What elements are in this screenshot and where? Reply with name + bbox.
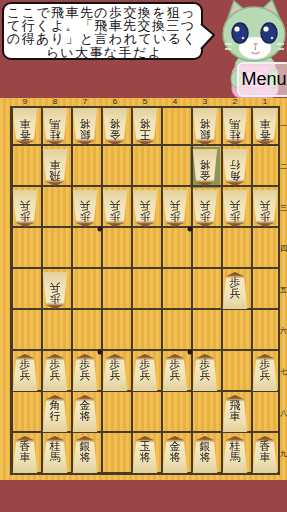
file-label: 2 [220,98,250,106]
piece-kanji: 歩 [200,211,211,222]
file-label: 6 [100,98,130,106]
square-5-2[interactable] [130,147,160,188]
piece-kanji: 銀 [80,129,91,140]
square-2-6[interactable] [220,311,250,352]
piece-kanji: 歩 [140,211,151,222]
app-screen: ここで飛車先の歩交換を狙っ て行くよ。「飛車先交換三つ の得あり」と言われている… [0,0,287,512]
piece-kanji: 兵 [170,200,181,211]
square-5-5[interactable] [130,270,160,311]
speech-text-line: の得あり」と言われているく [7,32,201,45]
square-7-6[interactable] [70,311,100,352]
square-6-6[interactable] [100,311,130,352]
piece-kanji: 将 [200,118,211,129]
board-grid: 香車桂馬銀将金将王将銀将桂馬香車飛車金将角行歩兵歩兵歩兵歩兵歩兵歩兵歩兵歩兵歩兵… [10,106,280,475]
piece-kanji: 歩 [80,211,91,222]
square-5-6[interactable] [130,311,160,352]
piece-kanji: 将 [140,452,151,463]
square-3-4[interactable] [190,229,220,270]
piece-kanji: 歩 [50,293,61,304]
file-label: 9 [10,98,40,106]
piece-kanji: 兵 [140,200,151,211]
square-4-8[interactable] [160,393,190,434]
speech-bubble: ここで飛車先の歩交換を狙っ て行くよ。「飛車先交換三つ の得あり」と言われている… [2,2,203,60]
piece-kanji: 兵 [20,200,31,211]
square-1-6[interactable] [250,311,280,352]
square-2-4[interactable] [220,229,250,270]
rank-label: 八 [280,409,287,417]
piece-kanji: 将 [110,118,121,129]
file-label: 8 [40,98,70,106]
square-6-9[interactable] [100,434,130,475]
piece-kanji: 車 [20,118,31,129]
rank-label: 九 [280,450,287,458]
piece-kanji: 銀 [200,129,211,140]
piece-kanji: 兵 [170,370,181,381]
rank-label: 七 [280,368,287,376]
piece-kanji: 兵 [50,370,61,381]
piece-kanji: 歩 [260,211,271,222]
square-3-8[interactable] [190,393,220,434]
piece-kanji: 車 [20,452,31,463]
piece-kanji: 歩 [20,211,31,222]
square-3-6[interactable] [190,311,220,352]
piece-kanji: 馬 [50,118,61,129]
piece-kanji: 将 [80,452,91,463]
piece-kanji: 将 [200,452,211,463]
square-9-4[interactable] [10,229,40,270]
square-6-5[interactable] [100,270,130,311]
rank-label: 二 [280,163,287,171]
square-9-2[interactable] [10,147,40,188]
file-label: 1 [250,98,280,106]
piece-kanji: 兵 [200,370,211,381]
piece-kanji: 王 [140,129,151,140]
piece-kanji: 兵 [230,200,241,211]
shogi-board: 987654321 一二三四五六七八九 香車桂馬銀将金将王将銀将桂馬香車飛車金将… [0,98,287,480]
piece-kanji: 飛 [50,170,61,181]
piece-kanji: 行 [50,411,61,422]
square-1-2[interactable] [250,147,280,188]
piece-kanji: 兵 [140,370,151,381]
square-1-8[interactable] [250,393,280,434]
piece-kanji: 将 [80,118,91,129]
rank-label: 三 [280,204,287,212]
square-8-6[interactable] [40,311,70,352]
piece-kanji: 兵 [110,200,121,211]
square-9-5[interactable] [10,270,40,311]
piece-kanji: 将 [140,118,151,129]
speech-text-line: らい大事な手だよ [7,46,201,59]
piece-kanji: 桂 [230,129,241,140]
menu-button[interactable]: Menu [237,62,287,97]
square-4-2[interactable] [160,147,190,188]
square-4-4[interactable] [160,229,190,270]
piece-kanji: 車 [260,452,271,463]
square-4-5[interactable] [160,270,190,311]
square-5-8[interactable] [130,393,160,434]
piece-kanji: 将 [170,452,181,463]
square-6-4[interactable] [100,229,130,270]
rank-label: 六 [280,327,287,335]
piece-kanji: 兵 [50,282,61,293]
square-2-7[interactable] [220,352,250,393]
square-4-1[interactable] [160,106,190,147]
square-1-5[interactable] [250,270,280,311]
piece-kanji: 歩 [230,211,241,222]
square-8-3[interactable] [40,188,70,229]
piece-kanji: 金 [200,170,211,181]
piece-kanji: 将 [200,159,211,170]
square-4-6[interactable] [160,311,190,352]
piece-kanji: 馬 [230,118,241,129]
piece-kanji: 兵 [80,370,91,381]
square-9-8[interactable] [10,393,40,434]
piece-kanji: 香 [260,129,271,140]
square-5-4[interactable] [130,229,160,270]
piece-kanji: 兵 [200,200,211,211]
piece-kanji: 金 [110,129,121,140]
file-label: 7 [70,98,100,106]
piece-kanji: 桂 [50,129,61,140]
piece-kanji: 香 [20,129,31,140]
rank-label: 一 [280,122,287,130]
rank-label: 五 [280,286,287,294]
square-7-5[interactable] [70,270,100,311]
square-8-4[interactable] [40,229,70,270]
piece-kanji: 将 [80,411,91,422]
piece-kanji: 兵 [230,288,241,299]
piece-kanji: 行 [230,159,241,170]
file-label: 3 [190,98,220,106]
piece-kanji: 兵 [110,370,121,381]
piece-kanji: 歩 [170,211,181,222]
square-9-6[interactable] [10,311,40,352]
piece-kanji: 馬 [50,452,61,463]
piece-kanji: 角 [230,170,241,181]
square-6-2[interactable] [100,147,130,188]
piece-kanji: 歩 [110,211,121,222]
speech-bubble-tail [200,23,216,50]
file-label: 5 [130,98,160,106]
square-1-4[interactable] [250,229,280,270]
square-7-2[interactable] [70,147,100,188]
file-label: 4 [160,98,190,106]
square-6-8[interactable] [100,393,130,434]
piece-kanji: 車 [50,159,61,170]
piece-kanji: 車 [260,118,271,129]
piece-kanji: 兵 [260,370,271,381]
piece-kanji: 兵 [80,200,91,211]
square-7-4[interactable] [70,229,100,270]
square-3-5[interactable] [190,270,220,311]
piece-kanji: 兵 [20,370,31,381]
piece-kanji: 兵 [260,200,271,211]
rank-label: 四 [280,245,287,253]
piece-kanji: 馬 [230,452,241,463]
piece-kanji: 車 [230,411,241,422]
